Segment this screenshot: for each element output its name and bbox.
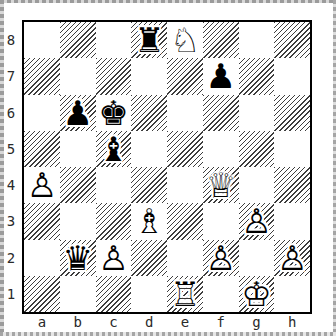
file-label-d: d (131, 312, 167, 332)
square-e5[interactable] (167, 131, 203, 167)
file-label-g: g (239, 312, 275, 332)
square-d5[interactable] (131, 131, 167, 167)
square-h3[interactable] (274, 203, 310, 239)
black-bishop-c5[interactable]: ♝ (98, 131, 128, 167)
square-g3[interactable]: ♙ (239, 203, 275, 239)
square-f5[interactable] (203, 131, 239, 167)
square-b5[interactable] (60, 131, 96, 167)
square-f7[interactable]: ♟ (203, 58, 239, 94)
square-f2[interactable]: ♙ (203, 240, 239, 276)
white-pawn-a4[interactable]: ♙ (27, 167, 57, 203)
white-queen-f4[interactable]: ♕ (205, 167, 235, 203)
square-b3[interactable] (60, 203, 96, 239)
square-d8[interactable]: ♜ (131, 22, 167, 58)
square-g2[interactable] (239, 240, 275, 276)
square-h7[interactable] (274, 58, 310, 94)
square-b6[interactable]: ♟ (60, 95, 96, 131)
rank-label-7: 7 (0, 58, 22, 94)
square-g6[interactable] (239, 95, 275, 131)
rank-label-1: 1 (0, 276, 22, 312)
square-d3[interactable]: ♗ (131, 203, 167, 239)
square-b4[interactable] (60, 167, 96, 203)
square-g1[interactable]: ♔ (239, 276, 275, 312)
square-f4[interactable]: ♕ (203, 167, 239, 203)
square-h6[interactable] (274, 95, 310, 131)
white-pawn-f2[interactable]: ♙ (205, 240, 235, 276)
square-c8[interactable] (96, 22, 132, 58)
rank-label-5: 5 (0, 131, 22, 167)
square-a5[interactable] (24, 131, 60, 167)
file-labels: abcdefgh (24, 312, 310, 332)
square-e7[interactable] (167, 58, 203, 94)
frame-bottom-edge (0, 332, 336, 336)
rank-label-6: 6 (0, 95, 22, 131)
square-e1[interactable]: ♖ (167, 276, 203, 312)
square-a2[interactable] (24, 240, 60, 276)
square-g4[interactable] (239, 167, 275, 203)
white-pawn-c2[interactable]: ♙ (98, 240, 128, 276)
black-rook-d8[interactable]: ♜ (134, 22, 164, 58)
square-a7[interactable] (24, 58, 60, 94)
rank-label-4: 4 (0, 167, 22, 203)
rank-labels: 87654321 (0, 22, 22, 312)
square-f3[interactable] (203, 203, 239, 239)
square-g8[interactable] (239, 22, 275, 58)
file-label-a: a (24, 312, 60, 332)
rank-label-8: 8 (0, 22, 22, 58)
square-c2[interactable]: ♙ (96, 240, 132, 276)
square-e4[interactable] (167, 167, 203, 203)
square-a6[interactable] (24, 95, 60, 131)
white-bishop-d3[interactable]: ♗ (134, 203, 164, 239)
square-e2[interactable] (167, 240, 203, 276)
square-b8[interactable] (60, 22, 96, 58)
square-h1[interactable] (274, 276, 310, 312)
black-pawn-f7[interactable]: ♟ (205, 58, 235, 94)
file-label-c: c (96, 312, 132, 332)
black-king-c6[interactable]: ♚ (98, 95, 128, 131)
square-d7[interactable] (131, 58, 167, 94)
square-d4[interactable] (131, 167, 167, 203)
white-king-g1[interactable]: ♔ (241, 276, 271, 312)
square-b1[interactable] (60, 276, 96, 312)
square-c4[interactable] (96, 167, 132, 203)
white-rook-e1[interactable]: ♖ (170, 276, 200, 312)
black-queen-b2[interactable]: ♛ (62, 240, 92, 276)
chess-diagram-page: 87654321 ♜♘♟♟♚♝♙♕♗♙♛♙♙♙♖♔ abcdefgh (0, 0, 336, 336)
square-c5[interactable]: ♝ (96, 131, 132, 167)
square-h5[interactable] (274, 131, 310, 167)
square-c1[interactable] (96, 276, 132, 312)
file-label-e: e (167, 312, 203, 332)
file-label-h: h (274, 312, 310, 332)
square-b7[interactable] (60, 58, 96, 94)
rank-label-2: 2 (0, 240, 22, 276)
square-c3[interactable] (96, 203, 132, 239)
file-label-b: b (60, 312, 96, 332)
square-a1[interactable] (24, 276, 60, 312)
square-h4[interactable] (274, 167, 310, 203)
square-c7[interactable] (96, 58, 132, 94)
square-h8[interactable] (274, 22, 310, 58)
square-f8[interactable] (203, 22, 239, 58)
square-d6[interactable] (131, 95, 167, 131)
square-d2[interactable] (131, 240, 167, 276)
square-e8[interactable]: ♘ (167, 22, 203, 58)
square-b2[interactable]: ♛ (60, 240, 96, 276)
square-a3[interactable] (24, 203, 60, 239)
file-label-f: f (203, 312, 239, 332)
white-pawn-g3[interactable]: ♙ (241, 203, 271, 239)
frame-top-edge (0, 0, 336, 3)
white-pawn-h2[interactable]: ♙ (277, 240, 307, 276)
square-a8[interactable] (24, 22, 60, 58)
square-g7[interactable] (239, 58, 275, 94)
square-f1[interactable] (203, 276, 239, 312)
black-pawn-b6[interactable]: ♟ (62, 95, 92, 131)
square-c6[interactable]: ♚ (96, 95, 132, 131)
square-a4[interactable]: ♙ (24, 167, 60, 203)
rank-label-3: 3 (0, 203, 22, 239)
square-h2[interactable]: ♙ (274, 240, 310, 276)
square-g5[interactable] (239, 131, 275, 167)
square-d1[interactable] (131, 276, 167, 312)
chess-board: ♜♘♟♟♚♝♙♕♗♙♛♙♙♙♖♔ (22, 20, 312, 314)
white-knight-e8[interactable]: ♘ (170, 22, 200, 58)
square-e3[interactable] (167, 203, 203, 239)
square-f6[interactable] (203, 95, 239, 131)
square-e6[interactable] (167, 95, 203, 131)
